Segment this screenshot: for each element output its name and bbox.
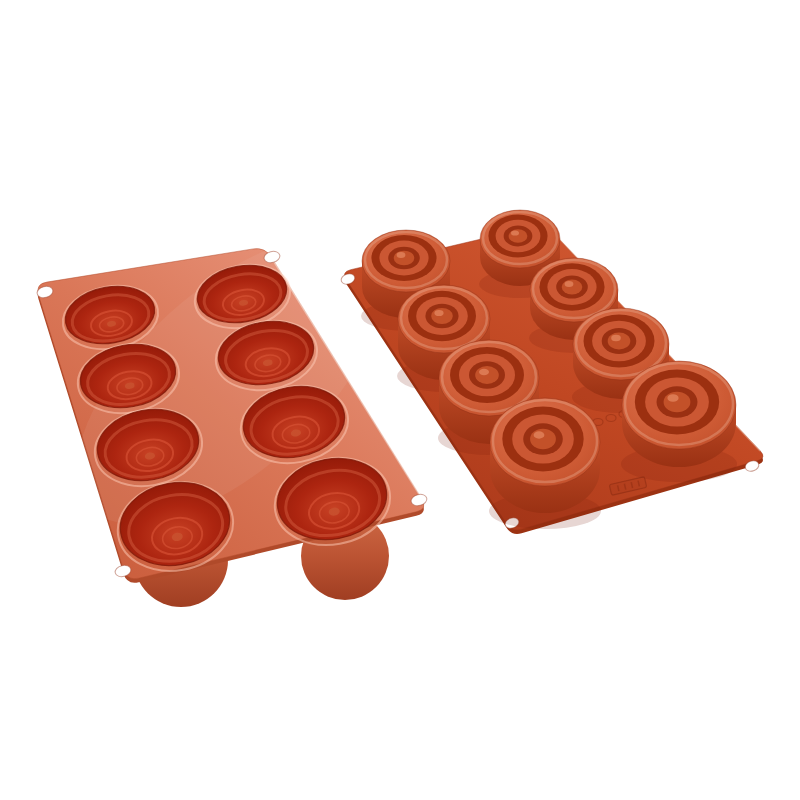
bump-center-knob — [431, 308, 453, 324]
bump-center-knob — [664, 392, 691, 413]
bump-knob-highlight — [397, 252, 406, 258]
bump-knob-highlight — [434, 310, 443, 316]
bump-knob-highlight — [511, 230, 519, 235]
mold-bump — [621, 361, 737, 482]
product-photo-svg: Two terracotta-red eight-cavity round si… — [0, 0, 800, 800]
bump-knob-highlight — [667, 394, 678, 402]
mold-bump — [489, 398, 601, 529]
bump-center-knob — [509, 229, 528, 243]
bump-center-knob — [562, 280, 583, 295]
bump-center-knob — [608, 333, 631, 350]
bump-knob-highlight — [565, 281, 574, 287]
bump-knob-highlight — [534, 431, 545, 438]
bump-knob-highlight — [611, 335, 621, 341]
product-photo-stage: Two terracotta-red eight-cavity round si… — [0, 0, 800, 800]
bump-knob-highlight — [479, 369, 489, 376]
bump-center-knob — [475, 366, 499, 384]
bump-center-knob — [530, 429, 556, 450]
